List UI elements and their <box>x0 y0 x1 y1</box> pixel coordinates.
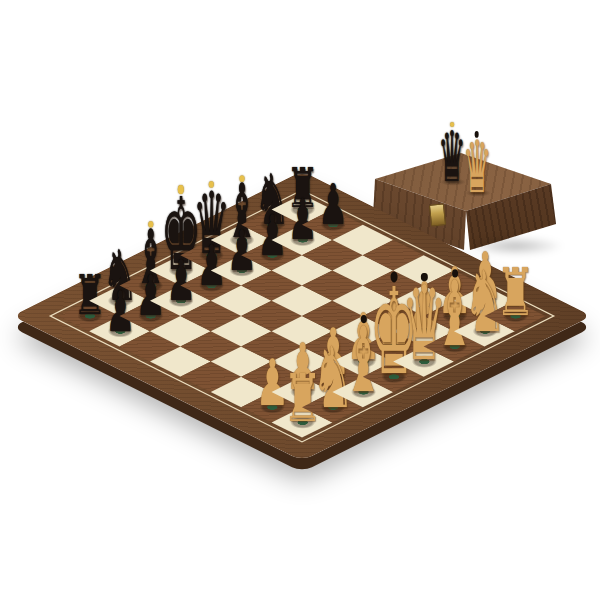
finial-dot <box>239 175 244 182</box>
finial-dot <box>208 181 213 189</box>
finial-dot <box>451 268 457 276</box>
finial-dot <box>177 184 183 193</box>
finial-dot <box>420 272 427 281</box>
finial-dot <box>360 314 366 322</box>
chess-set-scene: ♛♛ ♜♞♝♚♛♝♞♜♟♟♟♟♟♟♟♟♟♟♟♟♟♟♟♟♜♞♝♚♛♝♞♜ <box>0 0 600 600</box>
finial-dot <box>450 121 454 127</box>
finial-dot <box>148 220 153 227</box>
box-brass-clasp-icon <box>429 203 446 226</box>
finial-dot <box>475 130 479 136</box>
finial-dot <box>390 273 397 284</box>
